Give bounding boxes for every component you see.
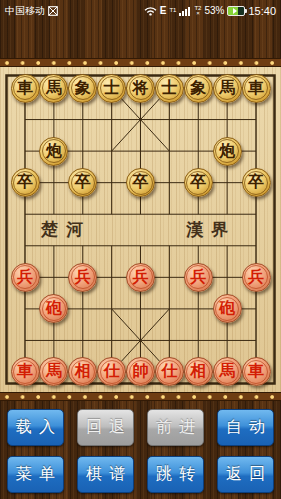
board-frame-bottom-rail [0,392,281,401]
auto-button[interactable]: 自动 [217,409,274,446]
river-label-han: 漢界 [186,218,236,241]
river-label-chu: 楚河 [41,218,91,241]
piece-black-soldier[interactable]: 卒 [184,168,213,197]
carrier-label: 中国移动 [5,4,45,18]
battery-percent-label: 53% [204,5,224,16]
piece-black-elephant[interactable]: 象 [68,74,97,103]
forward-button[interactable]: 前进 [147,409,204,446]
piece-black-cannon[interactable]: 炮 [213,137,242,166]
jump-button[interactable]: 跳转 [147,456,204,493]
undo-button[interactable]: 回退 [77,409,134,446]
piece-black-advisor[interactable]: 士 [155,74,184,103]
piece-black-horse[interactable]: 馬 [39,74,68,103]
message-icon [48,6,58,16]
piece-black-chariot[interactable]: 車 [11,74,40,103]
sim1-indicator: T1 [169,8,176,13]
button-row-top: 载入回退前进自动 [0,409,281,446]
piece-black-chariot[interactable]: 車 [242,74,271,103]
sim2-no-signal-indicator: T2 × [194,6,201,16]
status-bar: 中国移动 E T1 T2 × [0,0,281,21]
piece-red-cannon[interactable]: 砲 [213,294,242,323]
piece-red-soldier[interactable]: 兵 [242,263,271,292]
record-button[interactable]: 棋谱 [77,456,134,493]
button-row-bottom: 菜单棋谱跳转返回 [0,456,281,493]
piece-red-soldier[interactable]: 兵 [126,263,155,292]
piece-black-soldier[interactable]: 卒 [126,168,155,197]
piece-red-soldier[interactable]: 兵 [11,263,40,292]
piece-black-elephant[interactable]: 象 [184,74,213,103]
xiangqi-app-screen: 中国移动 E T1 T2 × [0,0,281,499]
clock-label: 15:40 [248,5,276,17]
piece-red-chariot[interactable]: 車 [242,357,271,386]
piece-black-general[interactable]: 将 [126,74,155,103]
network-type-label: E [160,5,167,16]
board-frame-top-rail [0,58,281,67]
piece-red-chariot[interactable]: 車 [11,357,40,386]
piece-red-soldier[interactable]: 兵 [68,263,97,292]
piece-red-soldier[interactable]: 兵 [184,263,213,292]
back-button[interactable]: 返回 [217,456,274,493]
wifi-icon [144,6,157,16]
piece-black-advisor[interactable]: 士 [97,74,126,103]
battery-icon [227,6,245,16]
piece-black-soldier[interactable]: 卒 [242,168,271,197]
piece-red-horse[interactable]: 馬 [213,357,242,386]
xiangqi-board[interactable]: 楚河 漢界 車馬象士将士象馬車炮炮卒卒卒卒卒兵兵兵兵兵砲砲車馬相仕帥仕相馬車 [0,67,281,392]
piece-black-soldier[interactable]: 卒 [11,168,40,197]
piece-black-horse[interactable]: 馬 [213,74,242,103]
signal-bars-icon [179,6,191,16]
load-button[interactable]: 载入 [7,409,64,446]
menu-button[interactable]: 菜单 [7,456,64,493]
piece-black-cannon[interactable]: 炮 [39,137,68,166]
